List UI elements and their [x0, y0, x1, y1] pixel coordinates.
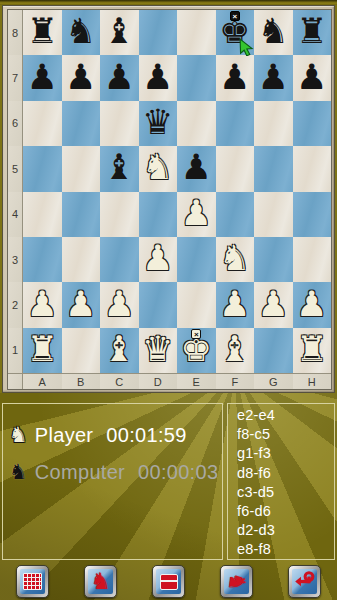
- square-g2[interactable]: ♟: [254, 282, 293, 327]
- clocks-box: ♞ Player 00:01:59 ♞ Computer 00:00:03: [2, 403, 223, 560]
- view-split-button-face: [156, 569, 181, 594]
- black-pawn: ♟: [296, 60, 327, 95]
- file-label-a: A: [23, 373, 62, 389]
- black-rook: ♜: [296, 14, 327, 49]
- rank-label-1: 1: [8, 328, 23, 373]
- square-h7[interactable]: ♟: [293, 55, 332, 100]
- square-g7[interactable]: ♟: [254, 55, 293, 100]
- square-b3[interactable]: [62, 237, 101, 282]
- black-pawn: ♟: [142, 60, 173, 95]
- square-d8[interactable]: [139, 10, 178, 55]
- square-a3[interactable]: [23, 237, 62, 282]
- square-e1[interactable]: ♚×: [177, 328, 216, 373]
- square-e6[interactable]: [177, 101, 216, 146]
- square-h1[interactable]: ♜: [293, 328, 332, 373]
- white-pawn: ♟: [258, 287, 289, 322]
- toolbar: ♞♞: [0, 564, 337, 599]
- player-label: Player: [35, 424, 94, 447]
- square-g4[interactable]: [254, 192, 293, 237]
- square-a8[interactable]: ♜: [23, 10, 62, 55]
- black-pawn: ♟: [258, 60, 289, 95]
- grid-icon: [23, 573, 42, 590]
- view-split-button[interactable]: [152, 565, 185, 598]
- black-pawn: ♟: [27, 60, 58, 95]
- square-f7[interactable]: ♟: [216, 55, 255, 100]
- square-c1[interactable]: ♝: [100, 328, 139, 373]
- square-a2[interactable]: ♟: [23, 282, 62, 327]
- move-list-item: g1-f3: [237, 444, 334, 463]
- player-clock-time: 00:01:59: [106, 424, 186, 447]
- square-e8[interactable]: [177, 10, 216, 55]
- file-label-g: G: [254, 373, 293, 389]
- white-bishop: ♝: [104, 332, 135, 367]
- square-g6[interactable]: [254, 101, 293, 146]
- square-a1[interactable]: ♜: [23, 328, 62, 373]
- computer-clock-time: 00:00:03: [138, 461, 218, 484]
- square-f6[interactable]: [216, 101, 255, 146]
- square-f3[interactable]: ♞: [216, 237, 255, 282]
- square-e5[interactable]: ♟: [177, 146, 216, 191]
- white-pawn: ♟: [27, 287, 58, 322]
- square-h6[interactable]: [293, 101, 332, 146]
- square-c4[interactable]: [100, 192, 139, 237]
- square-c3[interactable]: [100, 237, 139, 282]
- square-b4[interactable]: [62, 192, 101, 237]
- chess-app-screen: 8♜♞♝♚×♞♜7♟♟♟♟♟♟♟6♛5♝♞♟4♟3♟♞2♟♟♟♟♟♟1♜♝♛♚×…: [0, 0, 337, 600]
- new-board-button-face: [20, 569, 45, 594]
- rank-label-5: 5: [8, 146, 23, 191]
- square-e3[interactable]: [177, 237, 216, 282]
- file-label-f: F: [216, 373, 255, 389]
- square-d3[interactable]: ♟: [139, 237, 178, 282]
- white-pawn: ♟: [65, 287, 96, 322]
- chess-board-frame: 8♜♞♝♚×♞♜7♟♟♟♟♟♟♟6♛5♝♞♟4♟3♟♞2♟♟♟♟♟♟1♜♝♛♚×…: [2, 5, 335, 393]
- black-queen: ♛: [142, 105, 173, 140]
- new-board-button[interactable]: [16, 565, 49, 598]
- white-pawn: ♟: [296, 287, 327, 322]
- white-knight: ♞: [219, 241, 250, 276]
- takeback-button[interactable]: [288, 565, 321, 598]
- move-list-item: e2-e4: [237, 406, 334, 425]
- square-g8[interactable]: ♞: [254, 10, 293, 55]
- black-pawn: ♟: [104, 60, 135, 95]
- white-pawn: ♟: [181, 196, 212, 231]
- white-bishop: ♝: [219, 332, 250, 367]
- square-f4[interactable]: [216, 192, 255, 237]
- square-h4[interactable]: [293, 192, 332, 237]
- white-king-x-badge: ×: [191, 329, 201, 339]
- undo-arrow-icon: [294, 570, 315, 593]
- square-d5[interactable]: ♞: [139, 146, 178, 191]
- rank-label-8: 8: [8, 10, 23, 55]
- knight-icon: ♞: [90, 570, 111, 593]
- square-e4[interactable]: ♟: [177, 192, 216, 237]
- file-label-h: H: [293, 373, 332, 389]
- square-c8[interactable]: ♝: [100, 10, 139, 55]
- black-pawn: ♟: [181, 150, 212, 185]
- square-d2[interactable]: [139, 282, 178, 327]
- square-b1[interactable]: [62, 328, 101, 373]
- black-rook: ♜: [27, 14, 58, 49]
- square-h3[interactable]: [293, 237, 332, 282]
- white-rook: ♜: [27, 332, 58, 367]
- square-a6[interactable]: [23, 101, 62, 146]
- rank-label-4: 4: [8, 192, 23, 237]
- white-knight: ♞: [142, 150, 173, 185]
- white-pawn: ♟: [104, 287, 135, 322]
- square-c6[interactable]: [100, 101, 139, 146]
- white-rook: ♜: [296, 332, 327, 367]
- move-list-item: f6-d6: [237, 502, 334, 521]
- square-d4[interactable]: [139, 192, 178, 237]
- square-d1[interactable]: ♛: [139, 328, 178, 373]
- player-clock-row: ♞ Player 00:01:59: [9, 424, 187, 447]
- square-g3[interactable]: [254, 237, 293, 282]
- takeback-button-face: [292, 569, 317, 594]
- move-list-item: d8-f6: [237, 464, 334, 483]
- square-a5[interactable]: [23, 146, 62, 191]
- white-queen: ♛: [142, 332, 173, 367]
- black-bishop: ♝: [104, 150, 135, 185]
- rank-label-3: 3: [8, 237, 23, 282]
- file-label-d: D: [139, 373, 178, 389]
- rank-label-6: 6: [8, 101, 23, 146]
- pieces-button-face: ♞: [88, 569, 113, 594]
- square-b2[interactable]: ♟: [62, 282, 101, 327]
- square-c5[interactable]: ♝: [100, 146, 139, 191]
- board-corner-label: [8, 373, 23, 389]
- black-pawn: ♟: [219, 60, 250, 95]
- move-list-item: c3-d5: [237, 483, 334, 502]
- square-b5[interactable]: [62, 146, 101, 191]
- square-f1[interactable]: ♝: [216, 328, 255, 373]
- file-label-b: B: [62, 373, 101, 389]
- square-f8[interactable]: ♚×: [216, 10, 255, 55]
- move-list-item: d2-d3: [237, 521, 334, 540]
- black-king-x-badge: ×: [230, 11, 240, 21]
- square-c2[interactable]: ♟: [100, 282, 139, 327]
- square-h8[interactable]: ♜: [293, 10, 332, 55]
- square-g1[interactable]: [254, 328, 293, 373]
- rank-label-7: 7: [8, 55, 23, 100]
- white-pawn: ♟: [142, 241, 173, 276]
- file-label-e: E: [177, 373, 216, 389]
- square-h2[interactable]: ♟: [293, 282, 332, 327]
- pieces-button[interactable]: ♞: [84, 565, 117, 598]
- square-e7[interactable]: [177, 55, 216, 100]
- square-d7[interactable]: ♟: [139, 55, 178, 100]
- computer-clock-row: ♞ Computer 00:00:03: [9, 461, 218, 484]
- square-e2[interactable]: [177, 282, 216, 327]
- bottom-panel: ♞ Player 00:01:59 ♞ Computer 00:00:03 e2…: [0, 393, 337, 600]
- move-list-item: f8-c5: [237, 425, 334, 444]
- square-f5[interactable]: [216, 146, 255, 191]
- computer-label: Computer: [35, 461, 125, 484]
- square-h5[interactable]: [293, 146, 332, 191]
- chess-board: 8♜♞♝♚×♞♜7♟♟♟♟♟♟♟6♛5♝♞♟4♟3♟♞2♟♟♟♟♟♟1♜♝♛♚×…: [8, 10, 331, 389]
- square-d6[interactable]: ♛: [139, 101, 178, 146]
- white-knight-icon: ♞: [9, 425, 28, 446]
- black-pawn: ♟: [65, 60, 96, 95]
- resign-button-face: ♞: [224, 569, 249, 594]
- rank-label-2: 2: [8, 282, 23, 327]
- square-b6[interactable]: [62, 101, 101, 146]
- file-label-c: C: [100, 373, 139, 389]
- square-b8[interactable]: ♞: [62, 10, 101, 55]
- square-c7[interactable]: ♟: [100, 55, 139, 100]
- black-knight: ♞: [65, 14, 96, 49]
- black-knight: ♞: [258, 14, 289, 49]
- white-pawn: ♟: [219, 287, 250, 322]
- move-list-item: e8-f8: [237, 540, 334, 559]
- square-a4[interactable]: [23, 192, 62, 237]
- square-a7[interactable]: ♟: [23, 55, 62, 100]
- fallen-knight-icon: ♞: [224, 570, 248, 592]
- bars-icon: [160, 574, 178, 590]
- resign-button[interactable]: ♞: [220, 565, 253, 598]
- square-f2[interactable]: ♟: [216, 282, 255, 327]
- square-b7[interactable]: ♟: [62, 55, 101, 100]
- square-g5[interactable]: [254, 146, 293, 191]
- black-knight-icon: ♞: [9, 462, 28, 483]
- move-list[interactable]: e2-e4f8-c5g1-f3d8-f6c3-d5f6-d6d2-d3e8-f8: [227, 403, 335, 560]
- black-bishop: ♝: [104, 14, 135, 49]
